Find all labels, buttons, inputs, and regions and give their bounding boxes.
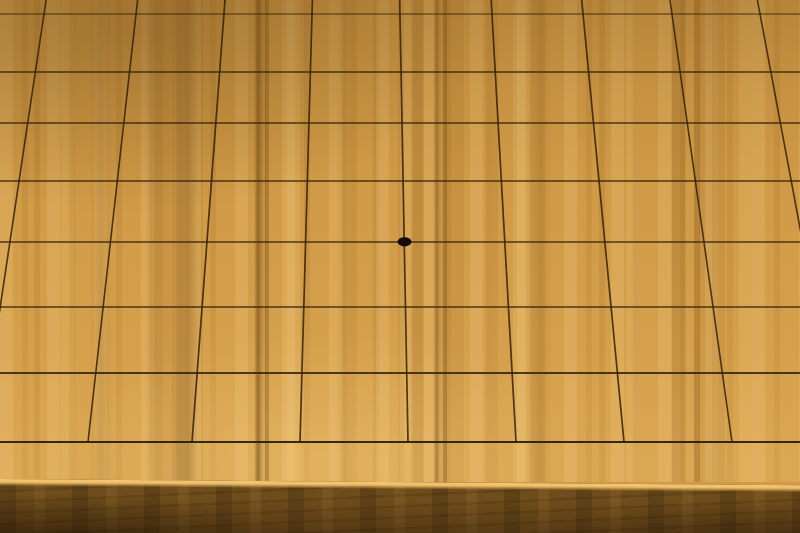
grid-line: [670, 0, 732, 442]
grid-lines-vertical: [0, 0, 800, 442]
grid-line: [88, 0, 138, 442]
grid-line: [0, 0, 46, 442]
grid-line: [491, 0, 516, 442]
star-point-hoshi: [398, 237, 412, 246]
grid-lines-horizontal: [0, 14, 800, 442]
grid-line: [582, 0, 624, 442]
grid-line: [300, 0, 312, 442]
goban-photo: [0, 0, 800, 533]
board-front-edge: [0, 479, 800, 533]
grid-line: [757, 0, 800, 442]
goban-surface[interactable]: [0, 0, 800, 482]
grid-line: [192, 0, 225, 442]
goban-grid: [0, 0, 800, 482]
grid-line: [400, 0, 408, 442]
